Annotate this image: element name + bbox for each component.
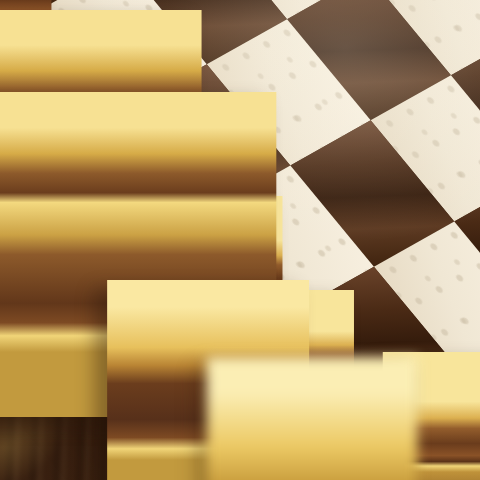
chess-photo-stage: ♟♛♝♟♚♟♞♟ <box>0 0 480 480</box>
pieces-layer: ♟♛♝♟♚♟♞♟ <box>0 0 480 480</box>
knight-f1[interactable]: ♞ <box>207 357 418 480</box>
knight-glyph: ♞ <box>207 357 418 480</box>
